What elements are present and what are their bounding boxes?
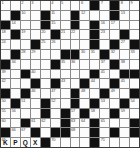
grid-cell[interactable]: 14 — [11, 21, 20, 30]
grid-cell[interactable]: 48 — [80, 89, 89, 98]
grid-cell[interactable]: 61 — [31, 119, 40, 128]
grid-cell[interactable]: 57 — [71, 109, 80, 118]
grid-cell[interactable] — [61, 11, 70, 20]
grid-cell[interactable]: X — [31, 138, 40, 147]
grid-cell[interactable] — [21, 109, 30, 118]
grid-cell[interactable]: 23 — [100, 30, 109, 39]
grid-cell[interactable]: 9 — [130, 1, 139, 10]
black-cell — [110, 1, 119, 10]
grid-cell[interactable] — [31, 21, 40, 30]
grid-cell[interactable] — [71, 70, 80, 79]
grid-cell[interactable]: 55 — [1, 109, 10, 118]
grid-cell[interactable]: P — [11, 138, 20, 147]
clue-number: 40 — [31, 70, 35, 74]
clue-number: 54 — [131, 99, 135, 103]
cell-letter: Q — [23, 140, 28, 147]
clue-number: 61 — [31, 119, 35, 123]
black-cell — [80, 109, 89, 118]
grid-cell[interactable]: 35 — [61, 60, 70, 69]
black-cell — [41, 21, 50, 30]
black-cell — [1, 60, 10, 69]
grid-cell[interactable] — [71, 40, 80, 49]
grid-cell[interactable]: 54 — [130, 99, 139, 108]
clue-number: 67 — [21, 128, 25, 132]
black-cell — [130, 70, 139, 79]
grid-cell[interactable] — [120, 50, 129, 59]
clue-number: 25 — [41, 40, 45, 44]
grid-cell[interactable] — [90, 60, 99, 69]
black-cell — [1, 89, 10, 98]
black-cell — [130, 119, 139, 128]
grid-cell[interactable]: 32 — [110, 50, 119, 59]
black-cell — [120, 70, 129, 79]
grid-cell[interactable]: 66 — [11, 128, 20, 137]
grid-cell[interactable]: 65 — [100, 119, 109, 128]
grid-cell[interactable]: 40 — [31, 70, 40, 79]
clue-number: 27 — [121, 40, 125, 44]
grid-cell[interactable]: 63 — [71, 119, 80, 128]
black-cell — [90, 119, 99, 128]
black-cell — [61, 119, 70, 128]
crossword-page: 1234567891011121314151617181920212223242… — [0, 0, 140, 148]
grid-cell[interactable] — [61, 99, 70, 108]
black-cell — [90, 128, 99, 137]
black-cell — [130, 40, 139, 49]
black-cell — [80, 79, 89, 88]
clue-number: 31 — [91, 50, 95, 54]
grid-cell[interactable] — [130, 11, 139, 20]
clue-number: 1 — [2, 1, 4, 5]
grid-cell[interactable] — [71, 1, 80, 10]
grid-cell[interactable] — [11, 70, 20, 79]
grid-cell[interactable]: 33 — [130, 50, 139, 59]
clue-number: 59 — [121, 109, 125, 113]
grid-cell[interactable]: 12 — [80, 11, 89, 20]
clue-number: 65 — [101, 119, 105, 123]
grid-cell[interactable]: 52 — [51, 99, 60, 108]
grid-cell[interactable] — [61, 70, 70, 79]
black-cell — [90, 30, 99, 39]
grid-cell[interactable] — [61, 89, 70, 98]
black-cell — [110, 109, 119, 118]
grid-cell[interactable]: 27 — [120, 40, 129, 49]
grid-cell[interactable] — [130, 30, 139, 39]
grid-cell[interactable]: 31 — [90, 50, 99, 59]
black-cell — [110, 40, 119, 49]
grid-cell[interactable] — [41, 60, 50, 69]
grid-cell[interactable] — [71, 79, 80, 88]
grid-cell[interactable]: 64 — [80, 119, 89, 128]
clue-number: 48 — [81, 89, 85, 93]
black-cell — [51, 60, 60, 69]
grid-cell[interactable] — [100, 79, 109, 88]
black-cell — [21, 119, 30, 128]
grid-cell[interactable]: 60 — [1, 119, 10, 128]
grid-cell[interactable]: 47 — [51, 89, 60, 98]
clue-number: 36 — [71, 60, 75, 64]
clue-number: 22 — [71, 30, 75, 34]
grid-cell[interactable] — [11, 79, 20, 88]
clue-number: 30 — [81, 50, 85, 54]
black-cell — [130, 128, 139, 137]
clue-number: 16 — [101, 21, 105, 25]
grid-cell[interactable]: 37 — [100, 60, 109, 69]
grid-cell[interactable] — [80, 30, 89, 39]
grid-cell[interactable]: 70 — [51, 138, 60, 147]
grid-cell[interactable] — [61, 138, 70, 147]
clue-number: 41 — [101, 70, 105, 74]
grid-cell[interactable] — [1, 11, 10, 20]
clue-number: 12 — [81, 11, 85, 15]
grid-cell[interactable]: 59 — [120, 109, 129, 118]
black-cell — [41, 138, 50, 147]
grid-cell[interactable] — [31, 30, 40, 39]
clue-number: 28 — [21, 50, 25, 54]
black-cell — [31, 128, 40, 137]
clue-number: 4 — [51, 1, 53, 5]
clue-number: 23 — [101, 30, 105, 34]
black-cell — [51, 128, 60, 137]
clue-number: 38 — [121, 60, 125, 64]
black-cell — [31, 40, 40, 49]
clue-number: 49 — [111, 89, 115, 93]
grid-cell[interactable]: 38 — [120, 60, 129, 69]
grid-cell[interactable]: 50 — [1, 99, 10, 108]
grid-cell[interactable] — [130, 60, 139, 69]
grid-cell[interactable]: 7 — [100, 1, 109, 10]
clue-number: 51 — [21, 99, 25, 103]
clue-number: 35 — [61, 60, 65, 64]
grid-cell[interactable] — [41, 128, 50, 137]
grid-cell[interactable]: 22 — [71, 30, 80, 39]
black-cell — [71, 99, 80, 108]
clue-number: 43 — [61, 79, 65, 83]
grid-cell[interactable] — [51, 119, 60, 128]
clue-number: 6 — [81, 1, 83, 5]
clue-number: 55 — [2, 109, 6, 113]
black-cell — [130, 89, 139, 98]
grid-cell[interactable] — [130, 138, 139, 147]
grid-cell[interactable] — [90, 11, 99, 20]
grid-cell[interactable]: 18 — [1, 30, 10, 39]
grid-cell[interactable] — [11, 89, 20, 98]
grid-cell[interactable]: 42 — [1, 79, 10, 88]
grid-cell[interactable] — [31, 60, 40, 69]
grid-cell[interactable] — [110, 99, 119, 108]
grid-cell[interactable] — [41, 70, 50, 79]
grid-cell[interactable]: 4 — [51, 1, 60, 10]
clue-number: 68 — [71, 128, 75, 132]
black-cell — [41, 109, 50, 118]
clue-number: 62 — [41, 119, 45, 123]
grid-cell[interactable] — [31, 109, 40, 118]
grid-cell[interactable]: 62 — [41, 119, 50, 128]
clue-number: 64 — [81, 119, 85, 123]
grid-cell[interactable]: 43 — [61, 79, 70, 88]
clue-number: 24 — [2, 40, 6, 44]
grid-cell[interactable]: 56 — [11, 109, 20, 118]
clue-number: 32 — [111, 50, 115, 54]
grid-cell[interactable]: 15 — [51, 21, 60, 30]
black-cell — [120, 99, 129, 108]
clue-number: 56 — [11, 109, 15, 113]
clue-number: 71 — [101, 138, 105, 142]
grid-cell[interactable]: 67 — [21, 128, 30, 137]
grid-cell[interactable] — [110, 138, 119, 147]
clue-number: 63 — [71, 119, 75, 123]
grid-cell[interactable] — [130, 21, 139, 30]
grid-cell[interactable] — [41, 50, 50, 59]
black-cell — [90, 70, 99, 79]
grid-cell[interactable] — [80, 138, 89, 147]
grid-cell[interactable]: 16 — [100, 21, 109, 30]
clue-number: 70 — [51, 138, 55, 142]
crossword-grid: 1234567891011121314151617181920212223242… — [0, 0, 140, 148]
clue-number: 11 — [51, 11, 55, 15]
clue-number: 57 — [71, 109, 75, 113]
clue-number: 7 — [101, 1, 103, 5]
black-cell — [100, 89, 109, 98]
grid-cell[interactable] — [110, 70, 119, 79]
grid-cell[interactable]: 51 — [21, 99, 30, 108]
clue-number: 2 — [21, 1, 23, 5]
grid-cell[interactable] — [41, 79, 50, 88]
black-cell — [21, 89, 30, 98]
grid-cell[interactable]: 41 — [100, 70, 109, 79]
black-cell — [11, 50, 20, 59]
clue-number: 52 — [51, 99, 55, 103]
black-cell — [71, 89, 80, 98]
black-cell — [71, 11, 80, 20]
black-cell — [41, 11, 50, 20]
grid-cell[interactable]: 3 — [31, 1, 40, 10]
grid-cell[interactable]: 68 — [71, 128, 80, 137]
grid-cell[interactable]: 17 — [110, 21, 119, 30]
grid-cell[interactable] — [110, 30, 119, 39]
clue-number: 21 — [61, 30, 65, 34]
grid-cell[interactable] — [120, 138, 129, 147]
grid-cell[interactable]: 46 — [31, 89, 40, 98]
clue-number: 29 — [31, 50, 35, 54]
grid-cell[interactable] — [11, 119, 20, 128]
grid-cell[interactable]: 39 — [1, 70, 10, 79]
black-cell — [90, 1, 99, 10]
clue-number: 42 — [2, 79, 6, 83]
grid-cell[interactable]: 34 — [11, 60, 20, 69]
clue-number: 45 — [121, 79, 125, 83]
clue-number: 39 — [2, 70, 6, 74]
grid-cell[interactable]: 28 — [21, 50, 30, 59]
black-cell — [110, 60, 119, 69]
clue-number: 50 — [2, 99, 6, 103]
grid-cell[interactable]: 49 — [110, 89, 119, 98]
clue-number: 5 — [61, 1, 63, 5]
grid-cell[interactable]: 6 — [80, 1, 89, 10]
grid-cell[interactable]: 36 — [71, 60, 80, 69]
grid-cell[interactable] — [21, 40, 30, 49]
grid-cell[interactable] — [80, 70, 89, 79]
grid-cell[interactable] — [51, 70, 60, 79]
black-cell — [61, 109, 70, 118]
grid-cell[interactable] — [100, 109, 109, 118]
black-cell — [11, 11, 20, 20]
grid-cell[interactable]: 2 — [21, 1, 30, 10]
black-cell — [110, 11, 119, 20]
grid-cell[interactable] — [31, 11, 40, 20]
clue-number: 53 — [101, 99, 105, 103]
grid-cell[interactable] — [41, 1, 50, 10]
grid-cell[interactable] — [71, 138, 80, 147]
grid-cell[interactable] — [100, 40, 109, 49]
clue-number: 13 — [121, 11, 125, 15]
grid-cell[interactable] — [120, 21, 129, 30]
black-cell — [90, 138, 99, 147]
grid-cell[interactable] — [31, 99, 40, 108]
grid-cell[interactable] — [80, 60, 89, 69]
grid-cell[interactable] — [130, 109, 139, 118]
black-cell — [90, 40, 99, 49]
grid-cell[interactable]: 44 — [90, 79, 99, 88]
clue-number: 33 — [131, 50, 135, 54]
grid-cell[interactable]: 71 — [100, 138, 109, 147]
grid-cell[interactable] — [51, 109, 60, 118]
grid-cell[interactable] — [120, 119, 129, 128]
grid-cell[interactable] — [21, 79, 30, 88]
grid-cell[interactable] — [61, 21, 70, 30]
grid-cell[interactable]: 30 — [80, 50, 89, 59]
black-cell — [90, 21, 99, 30]
clue-number: 26 — [51, 40, 55, 44]
clue-number: 47 — [51, 89, 55, 93]
grid-cell[interactable]: 13 — [120, 11, 129, 20]
grid-cell[interactable]: 26 — [51, 40, 60, 49]
grid-cell[interactable] — [80, 128, 89, 137]
clue-number: 9 — [131, 1, 133, 5]
grid-cell[interactable] — [21, 60, 30, 69]
grid-cell[interactable] — [1, 50, 10, 59]
grid-cell[interactable] — [61, 40, 70, 49]
black-cell — [90, 99, 99, 108]
clue-number: 37 — [101, 60, 105, 64]
clue-number: 18 — [2, 30, 6, 34]
black-cell — [1, 21, 10, 30]
black-cell — [31, 79, 40, 88]
black-cell — [71, 21, 80, 30]
black-cell — [51, 79, 60, 88]
grid-cell[interactable]: 45 — [120, 79, 129, 88]
grid-cell[interactable] — [51, 50, 60, 59]
grid-cell[interactable] — [80, 99, 89, 108]
grid-cell[interactable]: Q — [21, 138, 30, 147]
black-cell — [41, 99, 50, 108]
clue-number: 34 — [11, 60, 15, 64]
grid-cell[interactable]: 69K — [1, 138, 10, 147]
grid-cell[interactable] — [41, 89, 50, 98]
grid-cell[interactable]: 58 — [90, 109, 99, 118]
grid-cell[interactable]: 20 — [41, 30, 50, 39]
clue-number: 14 — [11, 21, 15, 25]
grid-cell[interactable] — [90, 89, 99, 98]
grid-cell[interactable]: 29 — [31, 50, 40, 59]
grid-cell[interactable]: 5 — [61, 1, 70, 10]
grid-cell[interactable] — [120, 128, 129, 137]
grid-cell[interactable] — [120, 89, 129, 98]
cell-letter: P — [13, 140, 17, 147]
grid-cell[interactable] — [21, 21, 30, 30]
grid-cell[interactable] — [80, 21, 89, 30]
clue-number: 8 — [121, 1, 123, 5]
grid-cell[interactable] — [80, 40, 89, 49]
grid-cell[interactable] — [110, 119, 119, 128]
black-cell — [51, 30, 60, 39]
grid-cell[interactable]: 25 — [41, 40, 50, 49]
cell-letter: X — [33, 140, 37, 147]
black-cell — [11, 99, 20, 108]
black-cell — [100, 50, 109, 59]
clue-number: 44 — [91, 79, 95, 83]
grid-cell[interactable] — [100, 11, 109, 20]
black-cell — [120, 30, 129, 39]
clue-number: 60 — [2, 119, 6, 123]
grid-cell[interactable]: 24 — [1, 40, 10, 49]
black-cell — [110, 128, 119, 137]
clue-number: 15 — [51, 21, 55, 25]
grid-cell[interactable]: 53 — [100, 99, 109, 108]
grid-cell[interactable]: 1 — [1, 1, 10, 10]
grid-cell[interactable] — [100, 128, 109, 137]
clue-number: 19 — [21, 30, 25, 34]
grid-cell[interactable]: 21 — [61, 30, 70, 39]
black-cell — [1, 128, 10, 137]
clue-number: 20 — [41, 30, 45, 34]
clue-number: 46 — [31, 89, 35, 93]
grid-cell[interactable] — [130, 79, 139, 88]
grid-cell[interactable] — [11, 1, 20, 10]
clue-number: 66 — [11, 128, 15, 132]
black-cell — [71, 50, 80, 59]
clue-number: 10 — [21, 11, 25, 15]
clue-number: 58 — [91, 109, 95, 113]
clue-number: 3 — [31, 1, 33, 5]
clue-number: 17 — [111, 21, 115, 25]
black-cell — [21, 70, 30, 79]
black-cell — [61, 128, 70, 137]
grid-cell[interactable]: 10 — [21, 11, 30, 20]
black-cell — [11, 30, 20, 39]
grid-cell[interactable]: 11 — [51, 11, 60, 20]
clue-number: 69 — [2, 138, 6, 142]
black-cell — [110, 79, 119, 88]
grid-cell[interactable]: 19 — [21, 30, 30, 39]
black-cell — [61, 50, 70, 59]
grid-cell[interactable] — [11, 40, 20, 49]
grid-cell[interactable]: 8 — [120, 1, 129, 10]
